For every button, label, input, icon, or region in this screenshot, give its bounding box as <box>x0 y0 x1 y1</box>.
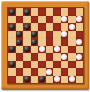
square-r10c5[interactable] <box>38 76 46 84</box>
black-piece-r10c3[interactable] <box>24 76 30 82</box>
board-grid <box>7 7 84 84</box>
square-r4c6[interactable] <box>46 31 54 39</box>
page <box>0 0 90 92</box>
white-piece-r6c7[interactable] <box>54 46 60 52</box>
square-r6c1[interactable] <box>8 46 16 54</box>
square-r7c4[interactable] <box>31 53 39 61</box>
square-r2c7[interactable] <box>53 16 61 24</box>
square-r7c3[interactable] <box>23 53 31 61</box>
square-r6c8[interactable] <box>61 46 69 54</box>
square-r4c1[interactable] <box>8 31 16 39</box>
square-r7c2[interactable] <box>16 53 24 61</box>
black-piece-r8c1[interactable] <box>9 61 15 67</box>
square-r3c4[interactable] <box>31 23 39 31</box>
black-piece-r10c5[interactable] <box>39 76 45 82</box>
square-r4c10[interactable] <box>76 31 84 39</box>
square-r7c1[interactable] <box>8 53 16 61</box>
square-r8c8[interactable] <box>61 61 69 69</box>
square-r1c6[interactable] <box>46 8 54 16</box>
square-r8c2[interactable] <box>16 61 24 69</box>
square-r9c9[interactable] <box>68 68 76 76</box>
checkers-board-frame <box>1 1 89 90</box>
square-r3c1[interactable] <box>8 23 16 31</box>
square-r2c5[interactable] <box>38 16 46 24</box>
square-r4c4[interactable] <box>31 31 39 39</box>
square-r5c9[interactable] <box>68 38 76 46</box>
square-r4c5[interactable] <box>38 31 46 39</box>
square-r2c10[interactable] <box>76 16 84 24</box>
square-r1c9[interactable] <box>68 8 76 16</box>
square-r5c6[interactable] <box>46 38 54 46</box>
square-r3c5[interactable] <box>38 23 46 31</box>
square-r6c10[interactable] <box>76 46 84 54</box>
square-r3c8[interactable] <box>61 23 69 31</box>
square-r3c9[interactable] <box>68 23 76 31</box>
white-piece-r2c8[interactable] <box>61 16 67 22</box>
square-r1c1[interactable] <box>8 8 16 16</box>
square-r5c1[interactable] <box>8 38 16 46</box>
black-piece-r6c3[interactable] <box>24 46 30 52</box>
square-r10c2[interactable] <box>16 76 24 84</box>
square-r3c2[interactable] <box>16 23 24 31</box>
square-r2c4[interactable] <box>31 16 39 24</box>
black-piece-r4c2[interactable] <box>16 31 22 37</box>
square-r8c7[interactable] <box>53 61 61 69</box>
white-piece-r6c5[interactable] <box>39 46 45 52</box>
square-r6c4[interactable] <box>31 46 39 54</box>
square-r5c2[interactable] <box>16 38 24 46</box>
square-r5c10[interactable] <box>76 38 84 46</box>
black-piece-r5c2[interactable] <box>16 39 22 45</box>
square-r8c4[interactable] <box>31 61 39 69</box>
square-r2c1[interactable] <box>8 16 16 24</box>
square-r6c5[interactable] <box>38 46 46 54</box>
square-r1c8[interactable] <box>61 8 69 16</box>
square-r4c2[interactable] <box>16 31 24 39</box>
square-r2c9[interactable] <box>68 16 76 24</box>
square-r9c2[interactable] <box>16 68 24 76</box>
square-r7c8[interactable] <box>61 53 69 61</box>
square-r10c4[interactable] <box>31 76 39 84</box>
square-r1c2[interactable] <box>16 8 24 16</box>
square-r10c1[interactable] <box>8 76 16 84</box>
square-r7c7[interactable] <box>53 53 61 61</box>
white-piece-r7c10[interactable] <box>76 54 82 60</box>
square-r5c8[interactable] <box>61 38 69 46</box>
square-r10c7[interactable] <box>53 76 61 84</box>
square-r3c6[interactable] <box>46 23 54 31</box>
square-r7c5[interactable] <box>38 53 46 61</box>
square-r5c3[interactable] <box>23 38 31 46</box>
square-r10c10[interactable] <box>76 76 84 84</box>
square-r6c7[interactable] <box>53 46 61 54</box>
square-r1c3[interactable] <box>23 8 31 16</box>
square-r5c7[interactable] <box>53 38 61 46</box>
black-piece-r1c1[interactable] <box>9 9 15 15</box>
white-piece-r10c9[interactable] <box>69 76 75 82</box>
square-r9c10[interactable] <box>76 68 84 76</box>
white-piece-r3c9[interactable] <box>69 24 75 30</box>
square-r7c9[interactable] <box>68 53 76 61</box>
square-r10c3[interactable] <box>23 76 31 84</box>
square-r2c6[interactable] <box>46 16 54 24</box>
square-r3c10[interactable] <box>76 23 84 31</box>
square-r9c3[interactable] <box>23 68 31 76</box>
black-piece-r3c1[interactable] <box>9 24 15 30</box>
white-piece-r2c10[interactable] <box>76 16 82 22</box>
square-r1c5[interactable] <box>38 8 46 16</box>
square-r9c4[interactable] <box>31 68 39 76</box>
square-r1c10[interactable] <box>76 8 84 16</box>
square-r2c8[interactable] <box>61 16 69 24</box>
square-r8c10[interactable] <box>76 61 84 69</box>
square-r3c7[interactable] <box>53 23 61 31</box>
square-r8c5[interactable] <box>38 61 46 69</box>
square-r4c8[interactable] <box>61 31 69 39</box>
square-r4c9[interactable] <box>68 31 76 39</box>
square-r1c4[interactable] <box>31 8 39 16</box>
square-r10c6[interactable] <box>46 76 54 84</box>
white-piece-r9c6[interactable] <box>46 69 52 75</box>
square-r8c9[interactable] <box>68 61 76 69</box>
square-r4c3[interactable] <box>23 31 31 39</box>
white-piece-r4c8[interactable] <box>61 31 67 37</box>
square-r6c2[interactable] <box>16 46 24 54</box>
white-piece-r10c7[interactable] <box>54 76 60 82</box>
square-r10c8[interactable] <box>61 76 69 84</box>
white-piece-r5c10[interactable] <box>76 39 82 45</box>
square-r8c3[interactable] <box>23 61 31 69</box>
black-piece-r5c4[interactable] <box>31 39 37 45</box>
square-r7c10[interactable] <box>76 53 84 61</box>
square-r5c5[interactable] <box>38 38 46 46</box>
square-r6c9[interactable] <box>68 46 76 54</box>
black-piece-r3c3[interactable] <box>24 24 30 30</box>
square-r6c6[interactable] <box>46 46 54 54</box>
black-piece-r1c3[interactable] <box>24 9 30 15</box>
square-r9c5[interactable] <box>38 68 46 76</box>
white-piece-r7c8[interactable] <box>61 54 67 60</box>
square-r5c4[interactable] <box>31 38 39 46</box>
square-r8c6[interactable] <box>46 61 54 69</box>
square-r2c2[interactable] <box>16 16 24 24</box>
black-piece-r4c4[interactable] <box>31 31 37 37</box>
square-r2c3[interactable] <box>23 16 31 24</box>
square-r9c6[interactable] <box>46 68 54 76</box>
square-r3c3[interactable] <box>23 23 31 31</box>
square-r7c6[interactable] <box>46 53 54 61</box>
square-r9c7[interactable] <box>53 68 61 76</box>
square-r9c8[interactable] <box>61 68 69 76</box>
square-r6c3[interactable] <box>23 46 31 54</box>
square-r10c9[interactable] <box>68 76 76 84</box>
square-r8c1[interactable] <box>8 61 16 69</box>
square-r9c1[interactable] <box>8 68 16 76</box>
black-piece-r6c1[interactable] <box>9 46 15 52</box>
square-r1c7[interactable] <box>53 8 61 16</box>
square-r4c7[interactable] <box>53 31 61 39</box>
